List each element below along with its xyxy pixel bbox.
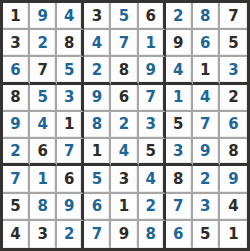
sudoku-cell-r9c9[interactable]: 1 [220,221,247,248]
sudoku-cell-r3c9[interactable]: 3 [220,57,247,84]
sudoku-cell-r7c5[interactable]: 3 [111,166,138,193]
sudoku-cell-r5c5[interactable]: 2 [111,112,138,139]
sudoku-cell-r5c2[interactable]: 4 [30,112,57,139]
sudoku-cell-r6c3[interactable]: 7 [57,139,84,166]
sudoku-cell-r3c2[interactable]: 7 [30,57,57,84]
sudoku-cell-r2c6[interactable]: 1 [139,30,166,57]
sudoku-cell-r8c6[interactable]: 2 [139,194,166,221]
sudoku-cell-r5c7[interactable]: 5 [166,112,193,139]
sudoku-cell-r4c5[interactable]: 6 [111,85,138,112]
sudoku-cell-r3c3[interactable]: 5 [57,57,84,84]
sudoku-cell-r3c7[interactable]: 4 [166,57,193,84]
sudoku-cell-r9c3[interactable]: 2 [57,221,84,248]
sudoku-cell-r5c8[interactable]: 7 [193,112,220,139]
sudoku-cell-r7c3[interactable]: 6 [57,166,84,193]
sudoku-cell-r3c4[interactable]: 2 [84,57,111,84]
sudoku-cell-r1c1[interactable]: 1 [3,3,30,30]
sudoku-cell-r9c7[interactable]: 6 [166,221,193,248]
sudoku-cell-r1c4[interactable]: 3 [84,3,111,30]
sudoku-cell-r9c8[interactable]: 5 [193,221,220,248]
sudoku-cell-r6c1[interactable]: 2 [3,139,30,166]
sudoku-cell-r6c9[interactable]: 8 [220,139,247,166]
sudoku-cell-r8c4[interactable]: 6 [84,194,111,221]
sudoku-cell-r7c1[interactable]: 7 [3,166,30,193]
sudoku-cell-r4c7[interactable]: 1 [166,85,193,112]
sudoku-cell-r8c8[interactable]: 3 [193,194,220,221]
sudoku-cell-r2c9[interactable]: 5 [220,30,247,57]
sudoku-cell-r1c6[interactable]: 6 [139,3,166,30]
sudoku-cell-r1c5[interactable]: 5 [111,3,138,30]
sudoku-cell-r2c2[interactable]: 2 [30,30,57,57]
sudoku-cell-r4c2[interactable]: 5 [30,85,57,112]
sudoku-cell-r6c7[interactable]: 3 [166,139,193,166]
sudoku-cell-r7c4[interactable]: 5 [84,166,111,193]
sudoku-cell-r7c2[interactable]: 1 [30,166,57,193]
sudoku-cell-r3c8[interactable]: 1 [193,57,220,84]
sudoku-cell-r8c7[interactable]: 7 [166,194,193,221]
sudoku-cell-r9c2[interactable]: 3 [30,221,57,248]
sudoku-cell-r2c1[interactable]: 3 [3,30,30,57]
sudoku-cell-r3c1[interactable]: 6 [3,57,30,84]
sudoku-cell-r8c3[interactable]: 9 [57,194,84,221]
sudoku-cell-r3c5[interactable]: 8 [111,57,138,84]
sudoku-cell-r2c7[interactable]: 9 [166,30,193,57]
sudoku-cell-r6c5[interactable]: 4 [111,139,138,166]
sudoku-cell-r9c5[interactable]: 9 [111,221,138,248]
sudoku-cell-r7c8[interactable]: 2 [193,166,220,193]
sudoku-cell-r1c9[interactable]: 7 [220,3,247,30]
sudoku-cell-r2c4[interactable]: 4 [84,30,111,57]
sudoku-cell-r5c6[interactable]: 3 [139,112,166,139]
sudoku-cell-r1c2[interactable]: 9 [30,3,57,30]
sudoku-cell-r4c4[interactable]: 9 [84,85,111,112]
sudoku-cell-r6c6[interactable]: 5 [139,139,166,166]
sudoku-cell-r6c8[interactable]: 9 [193,139,220,166]
sudoku-cell-r3c6[interactable]: 9 [139,57,166,84]
sudoku-cell-r4c1[interactable]: 8 [3,85,30,112]
sudoku-cell-r2c8[interactable]: 6 [193,30,220,57]
sudoku-cell-r4c6[interactable]: 7 [139,85,166,112]
sudoku-cell-r1c8[interactable]: 8 [193,3,220,30]
sudoku-cell-r8c9[interactable]: 4 [220,194,247,221]
sudoku-cell-r7c6[interactable]: 4 [139,166,166,193]
sudoku-cell-r8c5[interactable]: 1 [111,194,138,221]
sudoku-cell-r6c2[interactable]: 6 [30,139,57,166]
sudoku-cell-r4c9[interactable]: 2 [220,85,247,112]
sudoku-cell-r7c9[interactable]: 9 [220,166,247,193]
sudoku-cell-r5c4[interactable]: 8 [84,112,111,139]
sudoku-cell-r9c4[interactable]: 7 [84,221,111,248]
sudoku-board: 1943562873284719656752894138539671429418… [0,0,250,251]
sudoku-cell-r6c4[interactable]: 1 [84,139,111,166]
sudoku-cell-r5c1[interactable]: 9 [3,112,30,139]
sudoku-cell-r1c3[interactable]: 4 [57,3,84,30]
sudoku-cell-r8c1[interactable]: 5 [3,194,30,221]
sudoku-cell-r8c2[interactable]: 8 [30,194,57,221]
sudoku-cell-r2c3[interactable]: 8 [57,30,84,57]
sudoku-cell-r2c5[interactable]: 7 [111,30,138,57]
sudoku-cell-r9c6[interactable]: 8 [139,221,166,248]
sudoku-cell-r5c3[interactable]: 1 [57,112,84,139]
sudoku-cell-r9c1[interactable]: 4 [3,221,30,248]
sudoku-cell-r4c8[interactable]: 4 [193,85,220,112]
sudoku-cell-r4c3[interactable]: 3 [57,85,84,112]
sudoku-cell-r1c7[interactable]: 2 [166,3,193,30]
sudoku-cell-r7c7[interactable]: 8 [166,166,193,193]
sudoku-cell-r5c9[interactable]: 6 [220,112,247,139]
